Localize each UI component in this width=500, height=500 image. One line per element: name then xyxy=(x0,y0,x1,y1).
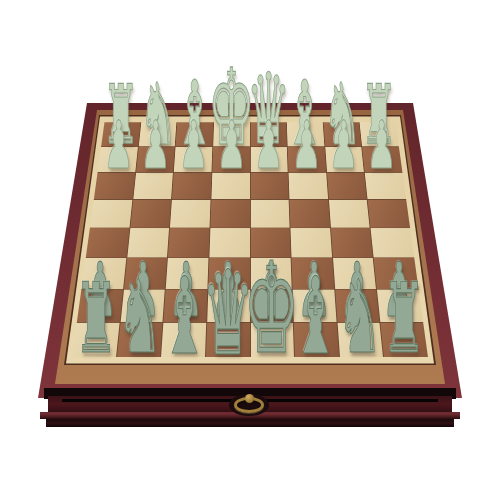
piece-far-pawn-c7[interactable]: ♟ xyxy=(179,113,209,179)
piece-far-pawn-f7[interactable]: ♟ xyxy=(292,113,322,179)
pieces-layer: ♜♞♝♚♛♝♞♜♟♟♟♟♟♟♟♟♟♟♟♟♟♟♟♟♜♞♝♛♚♝♞♜ xyxy=(0,0,500,500)
piece-near-bishop-f1[interactable]: ♝ xyxy=(292,263,340,369)
piece-far-pawn-e7[interactable]: ♟ xyxy=(254,113,284,179)
chess-set-photo: ♜♞♝♚♛♝♞♜♟♟♟♟♟♟♟♟♟♟♟♟♟♟♟♟♜♞♝♛♚♝♞♜ xyxy=(0,0,500,500)
piece-far-pawn-g7[interactable]: ♟ xyxy=(329,113,359,179)
piece-near-knight-b1[interactable]: ♞ xyxy=(117,267,163,369)
piece-near-knight-g1[interactable]: ♞ xyxy=(337,267,383,369)
piece-far-pawn-h7[interactable]: ♟ xyxy=(367,113,397,179)
piece-near-rook-h1[interactable]: ♜ xyxy=(382,270,426,367)
piece-far-pawn-a7[interactable]: ♟ xyxy=(103,113,133,179)
piece-far-pawn-d7[interactable]: ♟ xyxy=(216,113,246,179)
piece-near-rook-a1[interactable]: ♜ xyxy=(75,270,119,367)
piece-far-pawn-b7[interactable]: ♟ xyxy=(141,113,171,179)
